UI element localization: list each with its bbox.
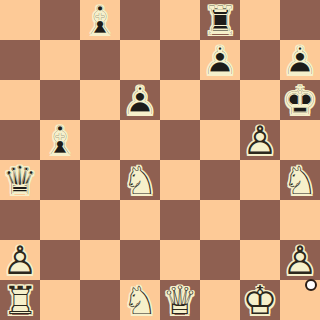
pawn-fill-glyph: ♟ [280,240,320,280]
square-g2[interactable] [240,240,280,280]
piece-white-knight-icon[interactable]: ♞♘ [120,160,160,200]
piece-black-king-icon[interactable]: ♚♔ [280,80,320,120]
square-d4[interactable]: ♞♘ [120,160,160,200]
square-h7[interactable]: ♟♙ [280,40,320,80]
queen-outline-glyph: ♕ [160,280,200,320]
pawn-outline-glyph: ♙ [120,80,160,120]
square-f5[interactable] [200,120,240,160]
square-a3[interactable] [0,200,40,240]
pawn-outline-glyph: ♙ [240,120,280,160]
square-b2[interactable] [40,240,80,280]
square-b1[interactable] [40,280,80,320]
piece-white-king-icon[interactable]: ♚♔ [240,280,280,320]
piece-black-rook-icon[interactable]: ♜♖ [200,0,240,40]
knight-fill-glyph: ♞ [280,160,320,200]
square-f3[interactable] [200,200,240,240]
king-fill-glyph: ♚ [240,280,280,320]
square-f7[interactable]: ♟♙ [200,40,240,80]
square-c6[interactable] [80,80,120,120]
square-d6[interactable]: ♟♙ [120,80,160,120]
rook-fill-glyph: ♜ [0,280,40,320]
square-d5[interactable] [120,120,160,160]
piece-white-pawn-icon[interactable]: ♟♙ [280,240,320,280]
king-outline-glyph: ♔ [280,80,320,120]
square-c8[interactable]: ♝♗ [80,0,120,40]
square-a5[interactable] [0,120,40,160]
king-fill-glyph: ♚ [280,80,320,120]
square-e7[interactable] [160,40,200,80]
square-e4[interactable] [160,160,200,200]
knight-outline-glyph: ♘ [280,160,320,200]
square-g8[interactable] [240,0,280,40]
square-g1[interactable]: ♚♔ [240,280,280,320]
square-g5[interactable]: ♟♙ [240,120,280,160]
piece-black-pawn-icon[interactable]: ♟♙ [120,80,160,120]
square-b7[interactable] [40,40,80,80]
knight-outline-glyph: ♘ [120,160,160,200]
square-f1[interactable] [200,280,240,320]
square-c1[interactable] [80,280,120,320]
square-e2[interactable] [160,240,200,280]
square-d3[interactable] [120,200,160,240]
square-a2[interactable]: ♟♙ [0,240,40,280]
square-e1[interactable]: ♛♕ [160,280,200,320]
square-g4[interactable] [240,160,280,200]
bishop-outline-glyph: ♗ [80,0,120,40]
square-h5[interactable] [280,120,320,160]
pawn-outline-glyph: ♙ [280,40,320,80]
square-h2[interactable]: ♟♙ [280,240,320,280]
square-e3[interactable] [160,200,200,240]
square-d2[interactable] [120,240,160,280]
square-f4[interactable] [200,160,240,200]
square-a6[interactable] [0,80,40,120]
piece-white-knight-icon[interactable]: ♞♘ [280,160,320,200]
square-a8[interactable] [0,0,40,40]
rook-outline-glyph: ♖ [200,0,240,40]
square-g7[interactable] [240,40,280,80]
square-f8[interactable]: ♜♖ [200,0,240,40]
square-h4[interactable]: ♞♘ [280,160,320,200]
square-a7[interactable] [0,40,40,80]
square-b3[interactable] [40,200,80,240]
piece-white-pawn-icon[interactable]: ♟♙ [0,240,40,280]
piece-white-knight-icon[interactable]: ♞♘ [120,280,160,320]
bishop-fill-glyph: ♝ [80,0,120,40]
square-h8[interactable] [280,0,320,40]
square-a1[interactable]: ♜♖ [0,280,40,320]
pawn-outline-glyph: ♙ [280,240,320,280]
square-c4[interactable] [80,160,120,200]
square-b6[interactable] [40,80,80,120]
piece-black-bishop-icon[interactable]: ♝♗ [80,0,120,40]
square-g3[interactable] [240,200,280,240]
piece-black-pawn-icon[interactable]: ♟♙ [200,40,240,80]
queen-outline-glyph: ♕ [0,160,40,200]
square-c7[interactable] [80,40,120,80]
knight-fill-glyph: ♞ [120,160,160,200]
square-b5[interactable]: ♝♗ [40,120,80,160]
square-d7[interactable] [120,40,160,80]
square-e6[interactable] [160,80,200,120]
square-g6[interactable] [240,80,280,120]
square-e8[interactable] [160,0,200,40]
rook-fill-glyph: ♜ [200,0,240,40]
pawn-fill-glyph: ♟ [200,40,240,80]
pawn-fill-glyph: ♟ [240,120,280,160]
piece-black-pawn-icon[interactable]: ♟♙ [280,40,320,80]
square-f6[interactable] [200,80,240,120]
square-d8[interactable] [120,0,160,40]
square-b8[interactable] [40,0,80,40]
pawn-fill-glyph: ♟ [280,40,320,80]
piece-black-bishop-icon[interactable]: ♝♗ [40,120,80,160]
square-a4[interactable]: ♛♕ [0,160,40,200]
king-outline-glyph: ♔ [240,280,280,320]
piece-black-queen-icon[interactable]: ♛♕ [0,160,40,200]
queen-fill-glyph: ♛ [160,280,200,320]
square-e5[interactable] [160,120,200,160]
chessboard: ♝♗♜♖♟♙♟♙♟♙♚♔♝♗♟♙♛♕♞♘♞♘♟♙♟♙♜♖♞♘♛♕♚♔ [0,0,320,320]
piece-white-queen-icon[interactable]: ♛♕ [160,280,200,320]
pawn-outline-glyph: ♙ [200,40,240,80]
square-c3[interactable] [80,200,120,240]
piece-white-rook-icon[interactable]: ♜♖ [0,280,40,320]
pawn-outline-glyph: ♙ [0,240,40,280]
piece-white-pawn-icon[interactable]: ♟♙ [240,120,280,160]
white-to-move-indicator [305,279,317,291]
square-h3[interactable] [280,200,320,240]
knight-outline-glyph: ♘ [120,280,160,320]
pawn-fill-glyph: ♟ [0,240,40,280]
rook-outline-glyph: ♖ [0,280,40,320]
knight-fill-glyph: ♞ [120,280,160,320]
square-c2[interactable] [80,240,120,280]
queen-fill-glyph: ♛ [0,160,40,200]
square-d1[interactable]: ♞♘ [120,280,160,320]
square-h6[interactable]: ♚♔ [280,80,320,120]
square-f2[interactable] [200,240,240,280]
bishop-fill-glyph: ♝ [40,120,80,160]
square-b4[interactable] [40,160,80,200]
square-c5[interactable] [80,120,120,160]
bishop-outline-glyph: ♗ [40,120,80,160]
pawn-fill-glyph: ♟ [120,80,160,120]
